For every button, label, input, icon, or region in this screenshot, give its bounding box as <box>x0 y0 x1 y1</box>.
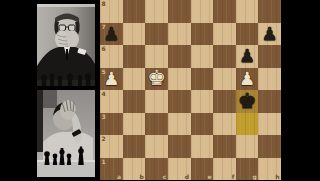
square-d2[interactable] <box>168 135 191 158</box>
square-c1[interactable]: c <box>145 158 168 181</box>
square-b2[interactable] <box>123 135 146 158</box>
player-photo-bottom <box>37 90 95 177</box>
square-c2[interactable] <box>145 135 168 158</box>
rank-label-7: 7 <box>102 23 106 30</box>
square-a6[interactable]: 6 <box>100 45 123 68</box>
file-label-g: g <box>253 173 257 180</box>
rank-label-3: 3 <box>102 113 106 120</box>
square-e6[interactable] <box>191 45 214 68</box>
square-h3[interactable] <box>258 113 281 136</box>
square-f4[interactable] <box>213 90 236 113</box>
square-e2[interactable] <box>191 135 214 158</box>
file-label-b: b <box>139 173 143 180</box>
square-h8[interactable] <box>258 0 281 23</box>
square-d1[interactable]: d <box>168 158 191 181</box>
square-h1[interactable]: h <box>258 158 281 181</box>
rank-label-5: 5 <box>102 68 106 75</box>
video-frame: 87♟♟6♟5♟♚♟4♚321abcdefgh <box>0 0 320 180</box>
square-h5[interactable] <box>258 68 281 91</box>
square-e3[interactable] <box>191 113 214 136</box>
square-h6[interactable] <box>258 45 281 68</box>
square-a1[interactable]: 1a <box>100 158 123 181</box>
square-c3[interactable] <box>145 113 168 136</box>
player-photo-top <box>37 4 95 86</box>
rank-label-6: 6 <box>102 45 106 52</box>
square-c5[interactable]: ♚ <box>145 68 168 91</box>
black-king[interactable]: ♚ <box>238 91 257 112</box>
square-c7[interactable] <box>145 23 168 46</box>
square-g2[interactable] <box>236 135 259 158</box>
square-f1[interactable]: f <box>213 158 236 181</box>
square-d8[interactable] <box>168 0 191 23</box>
square-d7[interactable] <box>168 23 191 46</box>
square-h7[interactable]: ♟ <box>258 23 281 46</box>
square-h2[interactable] <box>258 135 281 158</box>
square-e4[interactable] <box>191 90 214 113</box>
photo-top-illustration <box>37 4 95 86</box>
square-a4[interactable]: 4 <box>100 90 123 113</box>
chess-board: 87♟♟6♟5♟♚♟4♚321abcdefgh <box>100 0 281 180</box>
square-g8[interactable] <box>236 0 259 23</box>
square-f3[interactable] <box>213 113 236 136</box>
square-h4[interactable] <box>258 90 281 113</box>
rank-label-4: 4 <box>102 90 106 97</box>
square-g5[interactable]: ♟ <box>236 68 259 91</box>
square-b5[interactable] <box>123 68 146 91</box>
square-e7[interactable] <box>191 23 214 46</box>
square-c4[interactable] <box>145 90 168 113</box>
square-d3[interactable] <box>168 113 191 136</box>
square-g3[interactable] <box>236 113 259 136</box>
square-g4[interactable]: ♚ <box>236 90 259 113</box>
square-d5[interactable] <box>168 68 191 91</box>
square-b8[interactable] <box>123 0 146 23</box>
file-label-h: h <box>275 173 279 180</box>
square-a3[interactable]: 3 <box>100 113 123 136</box>
black-pawn[interactable]: ♟ <box>239 47 255 65</box>
file-label-d: d <box>185 173 189 180</box>
square-b4[interactable] <box>123 90 146 113</box>
square-f8[interactable] <box>213 0 236 23</box>
square-e5[interactable] <box>191 68 214 91</box>
square-c6[interactable] <box>145 45 168 68</box>
square-f7[interactable] <box>213 23 236 46</box>
photo-bottom-illustration <box>37 90 95 177</box>
square-c8[interactable] <box>145 0 168 23</box>
black-pawn[interactable]: ♟ <box>262 25 278 43</box>
square-f2[interactable] <box>213 135 236 158</box>
square-a2[interactable]: 2 <box>100 135 123 158</box>
square-d6[interactable] <box>168 45 191 68</box>
square-g1[interactable]: g <box>236 158 259 181</box>
square-b3[interactable] <box>123 113 146 136</box>
square-e8[interactable] <box>191 0 214 23</box>
rank-label-2: 2 <box>102 135 106 142</box>
square-b6[interactable] <box>123 45 146 68</box>
square-f6[interactable] <box>213 45 236 68</box>
file-label-f: f <box>232 173 235 180</box>
square-a7[interactable]: 7♟ <box>100 23 123 46</box>
square-e1[interactable]: e <box>191 158 214 181</box>
square-g6[interactable]: ♟ <box>236 45 259 68</box>
square-a8[interactable]: 8 <box>100 0 123 23</box>
file-label-e: e <box>208 173 212 180</box>
square-f5[interactable] <box>213 68 236 91</box>
square-g7[interactable] <box>236 23 259 46</box>
white-king[interactable]: ♚ <box>147 68 166 89</box>
square-a5[interactable]: 5♟ <box>100 68 123 91</box>
square-b7[interactable] <box>123 23 146 46</box>
rank-label-1: 1 <box>102 158 106 165</box>
file-label-c: c <box>163 173 167 180</box>
file-label-a: a <box>117 173 121 180</box>
square-b1[interactable]: b <box>123 158 146 181</box>
white-pawn[interactable]: ♟ <box>239 70 255 88</box>
rank-label-8: 8 <box>102 0 106 7</box>
square-d4[interactable] <box>168 90 191 113</box>
